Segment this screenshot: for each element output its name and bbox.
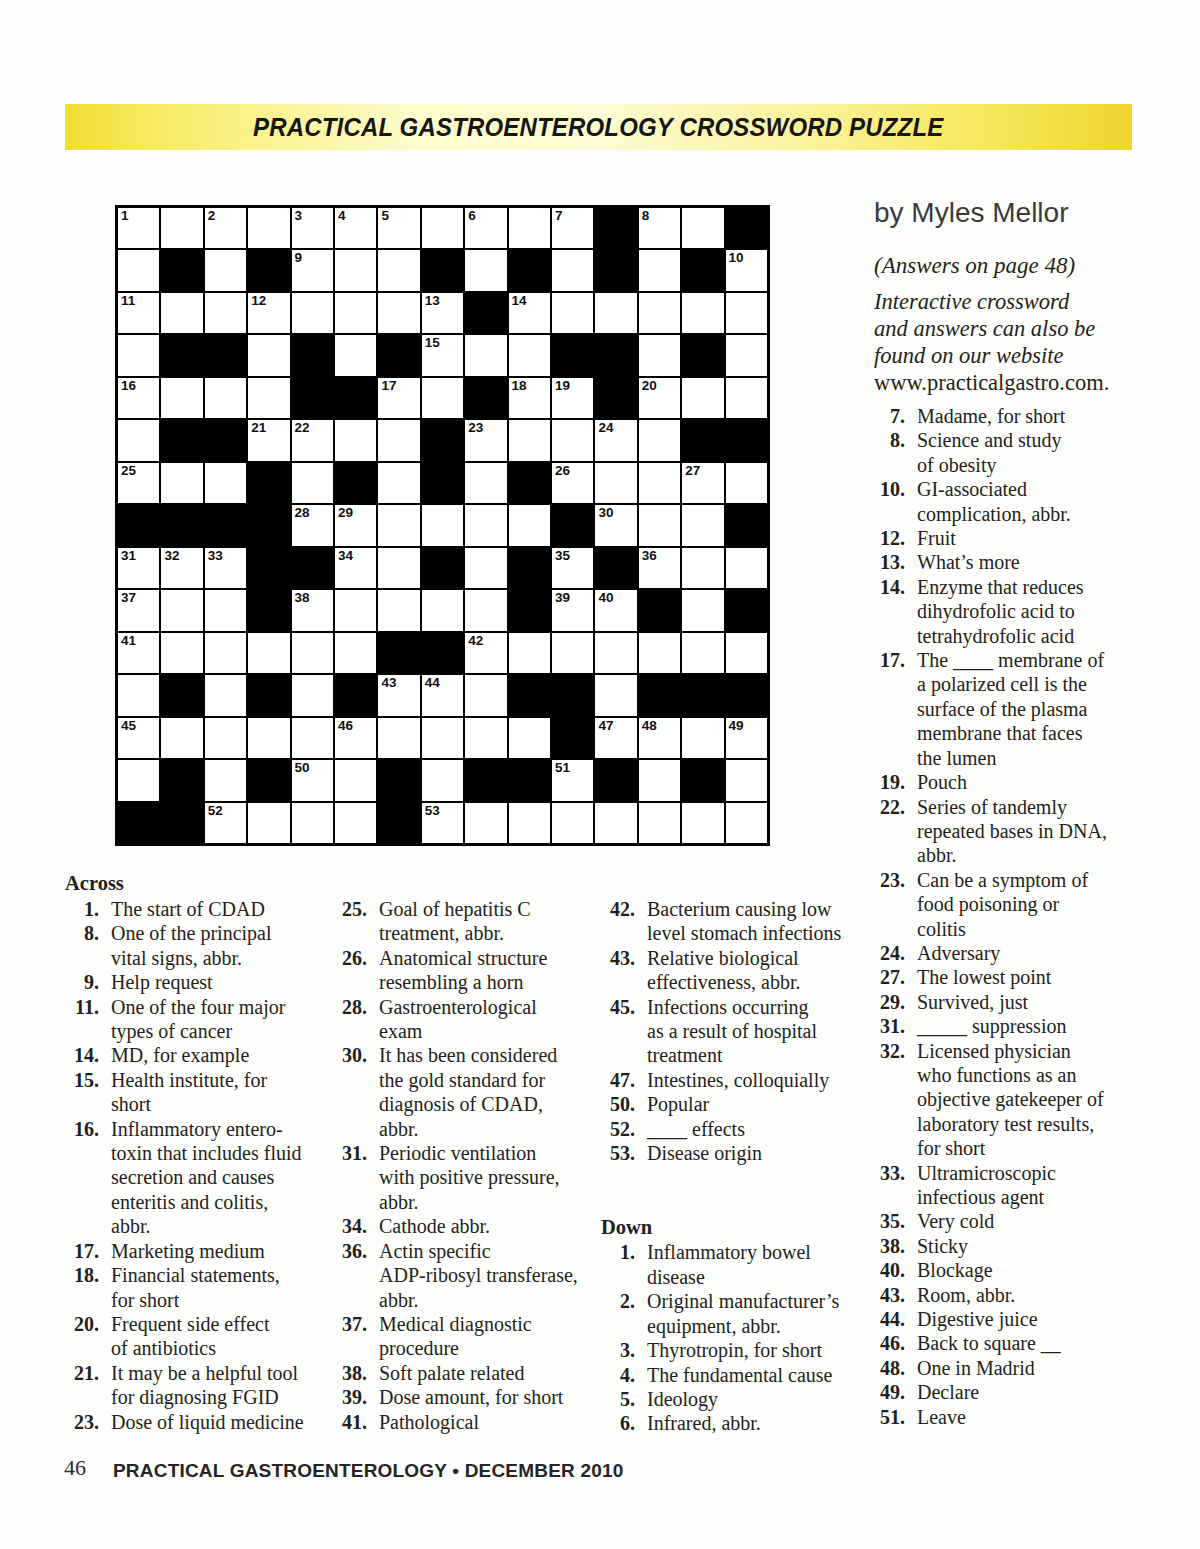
- clue-number-42: 42: [468, 633, 483, 649]
- clue-down-48: 48.One in Madrid: [871, 1356, 1133, 1380]
- clue-number-6: 6: [468, 208, 476, 224]
- cell-r13c4[interactable]: [248, 718, 289, 758]
- cell-r8c14[interactable]: [682, 505, 723, 545]
- cell-r8c5[interactable]: 28: [292, 505, 333, 545]
- clue-num: 18.: [65, 1263, 99, 1287]
- clue-num: 43.: [601, 946, 635, 970]
- cell-r11c15[interactable]: [726, 633, 767, 673]
- clue-text: Original manufacturer’s equipment, abbr.: [647, 1290, 839, 1336]
- clue-text: Pathological: [379, 1411, 479, 1433]
- black-cell-r5c5: [292, 378, 333, 418]
- clue-text: The fundamental cause: [647, 1364, 832, 1386]
- cell-r4c8[interactable]: 15: [422, 335, 463, 375]
- cell-r7c9[interactable]: [465, 463, 506, 503]
- cell-r13c9[interactable]: [465, 718, 506, 758]
- cell-r15c3[interactable]: 52: [205, 803, 246, 843]
- crossword-grid: 1234567891011121314151617181920212223242…: [115, 205, 770, 846]
- cell-r6c4[interactable]: 21: [248, 420, 289, 460]
- cell-r5c15[interactable]: [726, 378, 767, 418]
- clue-number-23: 23: [468, 420, 483, 436]
- clue-across-45: 45.Infections occurring as a result of h…: [601, 995, 859, 1068]
- cell-r14c6[interactable]: [335, 760, 376, 800]
- cell-r3c15[interactable]: [726, 293, 767, 333]
- cell-r13c5[interactable]: [292, 718, 333, 758]
- black-cell-r6c2: [161, 420, 202, 460]
- cell-r9c7[interactable]: [378, 548, 419, 588]
- clue-num: 42.: [601, 897, 635, 921]
- cell-r10c7[interactable]: [378, 590, 419, 630]
- clue-num: 22.: [871, 795, 905, 819]
- cell-r15c10[interactable]: [509, 803, 550, 843]
- cell-r7c2[interactable]: [161, 463, 202, 503]
- clue-num: 14.: [871, 575, 905, 599]
- cell-r13c3[interactable]: [205, 718, 246, 758]
- clue-across-18: 18.Financial statements, for short: [65, 1263, 308, 1312]
- cell-r7c12[interactable]: [595, 463, 636, 503]
- cell-r1c11[interactable]: 7: [552, 208, 593, 248]
- cell-r11c5[interactable]: [292, 633, 333, 673]
- black-cell-r4c5: [292, 335, 333, 375]
- cell-r10c3[interactable]: [205, 590, 246, 630]
- cell-r11c10[interactable]: [509, 633, 550, 673]
- cell-r11c12[interactable]: [595, 633, 636, 673]
- clue-num: 1.: [601, 1240, 635, 1264]
- clue-down-10: 10.GI-associated complication, abbr.: [871, 477, 1133, 526]
- clue-num: 46.: [871, 1331, 905, 1355]
- cell-r12c12[interactable]: [595, 675, 636, 715]
- cell-r15c8[interactable]: 53: [422, 803, 463, 843]
- cell-r10c11[interactable]: 39: [552, 590, 593, 630]
- cell-r2c9[interactable]: [465, 250, 506, 290]
- clue-num: 26.: [333, 946, 367, 970]
- cell-r11c2[interactable]: [161, 633, 202, 673]
- cell-r6c11[interactable]: [552, 420, 593, 460]
- clue-across-11: 11.One of the four major types of cancer: [65, 995, 308, 1044]
- black-cell-r12c13: [639, 675, 680, 715]
- black-cell-r12c14: [682, 675, 723, 715]
- cell-r2c1[interactable]: [118, 250, 159, 290]
- cell-r8c13[interactable]: [639, 505, 680, 545]
- cell-r4c15[interactable]: [726, 335, 767, 375]
- clue-text: Actin specific ADP-ribosyl transferase, …: [379, 1240, 578, 1311]
- cell-r5c4[interactable]: [248, 378, 289, 418]
- clue-text: One of the principal vital signs, abbr.: [111, 922, 272, 968]
- black-cell-r4c7: [378, 335, 419, 375]
- clue-across-9: 9.Help request: [65, 970, 308, 994]
- cell-r5c3[interactable]: [205, 378, 246, 418]
- cell-r6c7[interactable]: [378, 420, 419, 460]
- cell-r4c13[interactable]: [639, 335, 680, 375]
- clue-number-33: 33: [208, 548, 223, 564]
- cell-r5c11[interactable]: 19: [552, 378, 593, 418]
- cell-r6c9[interactable]: 23: [465, 420, 506, 460]
- cell-r4c1[interactable]: [118, 335, 159, 375]
- clue-number-18: 18: [512, 378, 527, 394]
- black-cell-r11c8: [422, 633, 463, 673]
- cell-r5c1[interactable]: 16: [118, 378, 159, 418]
- clue-num: 33.: [871, 1161, 905, 1185]
- cell-r15c5[interactable]: [292, 803, 333, 843]
- cell-r2c7[interactable]: [378, 250, 419, 290]
- clue-number-31: 31: [121, 548, 136, 564]
- cell-r12c5[interactable]: [292, 675, 333, 715]
- cell-r13c10[interactable]: [509, 718, 550, 758]
- cell-r6c5[interactable]: 22: [292, 420, 333, 460]
- clue-text: GI-associated complication, abbr.: [917, 478, 1071, 524]
- cell-r2c5[interactable]: 9: [292, 250, 333, 290]
- cell-r6c6[interactable]: [335, 420, 376, 460]
- cell-r8c7[interactable]: [378, 505, 419, 545]
- black-cell-r4c14: [682, 335, 723, 375]
- clue-number-25: 25: [121, 463, 136, 479]
- cell-r13c7[interactable]: [378, 718, 419, 758]
- cell-r1c7[interactable]: 5: [378, 208, 419, 248]
- clue-text: Goal of hepatitis C treatment, abbr.: [379, 898, 531, 944]
- cell-r10c12[interactable]: 40: [595, 590, 636, 630]
- clue-across-41: 41.Pathological: [333, 1410, 591, 1434]
- cell-r12c3[interactable]: [205, 675, 246, 715]
- cell-r9c15[interactable]: [726, 548, 767, 588]
- clue-num: 15.: [65, 1068, 99, 1092]
- cell-r1c14[interactable]: [682, 208, 723, 248]
- clue-down-38: 38.Sticky: [871, 1234, 1133, 1258]
- clue-num: 8.: [65, 921, 99, 945]
- clue-down-31: 31._____ suppression: [871, 1014, 1133, 1038]
- cell-r2c11[interactable]: [552, 250, 593, 290]
- cell-r7c11[interactable]: 26: [552, 463, 593, 503]
- clue-num: 48.: [871, 1356, 905, 1380]
- cell-r2c6[interactable]: [335, 250, 376, 290]
- cell-r9c14[interactable]: [682, 548, 723, 588]
- cell-r9c6[interactable]: 34: [335, 548, 376, 588]
- cell-r15c13[interactable]: [639, 803, 680, 843]
- clue-number-46: 46: [338, 718, 353, 734]
- black-cell-r2c8: [422, 250, 463, 290]
- black-cell-r12c2: [161, 675, 202, 715]
- clue-number-12: 12: [251, 293, 266, 309]
- cell-r1c10[interactable]: [509, 208, 550, 248]
- clue-number-20: 20: [642, 378, 657, 394]
- clue-down-27: 27.The lowest point: [871, 965, 1133, 989]
- cell-r3c13[interactable]: [639, 293, 680, 333]
- black-cell-r11c7: [378, 633, 419, 673]
- clue-text: Licensed physician who functions as an o…: [917, 1040, 1104, 1160]
- cell-r13c2[interactable]: [161, 718, 202, 758]
- black-cell-r5c9: [465, 378, 506, 418]
- clue-num: 35.: [871, 1209, 905, 1233]
- clue-number-47: 47: [598, 718, 613, 734]
- across-column-3: 42.Bacterium causing low level stomach i…: [601, 897, 859, 1436]
- cell-r3c1[interactable]: 11: [118, 293, 159, 333]
- cell-r5c10[interactable]: 18: [509, 378, 550, 418]
- black-cell-r8c11: [552, 505, 593, 545]
- clue-text: It has been considered the gold standard…: [379, 1044, 557, 1139]
- cell-r14c5[interactable]: 50: [292, 760, 333, 800]
- cell-r14c3[interactable]: [205, 760, 246, 800]
- clue-number-4: 4: [338, 208, 346, 224]
- cell-r10c6[interactable]: [335, 590, 376, 630]
- cell-r14c1[interactable]: [118, 760, 159, 800]
- clue-text: Fruit: [917, 527, 956, 549]
- cell-r4c10[interactable]: [509, 335, 550, 375]
- answers-note: (Answers on page 48): [874, 253, 1075, 279]
- cell-r13c6[interactable]: 46: [335, 718, 376, 758]
- cell-r5c14[interactable]: [682, 378, 723, 418]
- clue-down-8: 8.Science and study of obesity: [871, 428, 1133, 477]
- page-title: PRACTICAL GASTROENTEROLOGY CROSSWORD PUZ…: [253, 113, 943, 142]
- clue-num: 28.: [333, 995, 367, 1019]
- cell-r3c8[interactable]: 13: [422, 293, 463, 333]
- clue-number-43: 43: [381, 675, 396, 691]
- cell-r10c1[interactable]: 37: [118, 590, 159, 630]
- cell-r7c13[interactable]: [639, 463, 680, 503]
- clue-number-34: 34: [338, 548, 353, 564]
- cell-r11c4[interactable]: [248, 633, 289, 673]
- clue-text: It may be a helpful tool for diagnosing …: [111, 1362, 298, 1408]
- cell-r2c3[interactable]: [205, 250, 246, 290]
- black-cell-r6c15: [726, 420, 767, 460]
- clue-down-23: 23.Can be a symptom of food poisoning or…: [871, 868, 1133, 941]
- clue-across-53: 53.Disease origin: [601, 1141, 859, 1165]
- clue-num: 38.: [871, 1234, 905, 1258]
- clue-text: The ____ membrane of a polarized cell is…: [917, 649, 1104, 769]
- clue-across-43: 43.Relative biological effectiveness, ab…: [601, 946, 859, 995]
- across-column-1: Across 1.The start of CDAD8.One of the p…: [65, 871, 308, 1434]
- cell-r13c14[interactable]: [682, 718, 723, 758]
- cell-r4c4[interactable]: [248, 335, 289, 375]
- clue-across-17: 17.Marketing medium: [65, 1239, 308, 1263]
- cell-r8c10[interactable]: [509, 505, 550, 545]
- cell-r14c15[interactable]: [726, 760, 767, 800]
- clue-down-2: 2.Original manufacturer’s equipment, abb…: [601, 1289, 859, 1338]
- clue-across-42: 42.Bacterium causing low level stomach i…: [601, 897, 859, 946]
- clue-down-29: 29.Survived, just: [871, 990, 1133, 1014]
- cell-r12c9[interactable]: [465, 675, 506, 715]
- cell-r6c12[interactable]: 24: [595, 420, 636, 460]
- cell-r1c3[interactable]: 2: [205, 208, 246, 248]
- clue-text: What’s more: [917, 551, 1020, 573]
- clue-down-5: 5.Ideology: [601, 1387, 859, 1411]
- black-cell-r14c2: [161, 760, 202, 800]
- black-cell-r13c11: [552, 718, 593, 758]
- cell-r9c9[interactable]: [465, 548, 506, 588]
- cell-r14c8[interactable]: [422, 760, 463, 800]
- clue-text: Adversary: [917, 942, 1000, 964]
- website-note-line: and answers can also be: [874, 316, 1095, 341]
- clue-across-23: 23.Dose of liquid medicine: [65, 1410, 308, 1434]
- clue-across-47: 47.Intestines, colloquially: [601, 1068, 859, 1092]
- cell-r10c14[interactable]: [682, 590, 723, 630]
- clue-number-40: 40: [598, 590, 613, 606]
- clue-number-3: 3: [295, 208, 303, 224]
- cell-r1c5[interactable]: 3: [292, 208, 333, 248]
- cell-r6c1[interactable]: [118, 420, 159, 460]
- clue-down-35: 35.Very cold: [871, 1209, 1133, 1233]
- cell-r1c4[interactable]: [248, 208, 289, 248]
- clue-across-52: 52.____ effects: [601, 1117, 859, 1141]
- cell-r3c6[interactable]: [335, 293, 376, 333]
- cell-r1c8[interactable]: [422, 208, 463, 248]
- cell-r14c13[interactable]: [639, 760, 680, 800]
- cell-r1c2[interactable]: [161, 208, 202, 248]
- cell-r15c14[interactable]: [682, 803, 723, 843]
- clue-number-52: 52: [208, 803, 223, 819]
- cell-r8c12[interactable]: 30: [595, 505, 636, 545]
- cell-r7c15[interactable]: [726, 463, 767, 503]
- clue-num: 36.: [333, 1239, 367, 1263]
- clue-text: Blockage: [917, 1259, 993, 1281]
- cell-r1c9[interactable]: 6: [465, 208, 506, 248]
- cell-r12c8[interactable]: 44: [422, 675, 463, 715]
- cell-r3c7[interactable]: [378, 293, 419, 333]
- cell-r15c11[interactable]: [552, 803, 593, 843]
- black-cell-r9c5: [292, 548, 333, 588]
- cell-r13c15[interactable]: 49: [726, 718, 767, 758]
- cell-r10c5[interactable]: 38: [292, 590, 333, 630]
- clue-number-41: 41: [121, 633, 136, 649]
- black-cell-r7c8: [422, 463, 463, 503]
- cell-r5c7[interactable]: 17: [378, 378, 419, 418]
- cell-r5c8[interactable]: [422, 378, 463, 418]
- clue-down-22: 22.Series of tandemly repeated bases in …: [871, 795, 1133, 868]
- cell-r4c9[interactable]: [465, 335, 506, 375]
- clue-across-30: 30.It has been considered the gold stand…: [333, 1043, 591, 1141]
- clue-num: 49.: [871, 1380, 905, 1404]
- cell-r3c5[interactable]: [292, 293, 333, 333]
- clue-num: 47.: [601, 1068, 635, 1092]
- black-cell-r12c15: [726, 675, 767, 715]
- cell-r11c13[interactable]: [639, 633, 680, 673]
- cell-r10c2[interactable]: [161, 590, 202, 630]
- clue-text: The lowest point: [917, 966, 1051, 988]
- cell-r10c8[interactable]: [422, 590, 463, 630]
- cell-r8c8[interactable]: [422, 505, 463, 545]
- clue-number-16: 16: [121, 378, 136, 394]
- clue-across-25: 25.Goal of hepatitis C treatment, abbr.: [333, 897, 591, 946]
- clue-across-28: 28.Gastroenterological exam: [333, 995, 591, 1044]
- black-cell-r8c3: [205, 505, 246, 545]
- clue-number-17: 17: [381, 378, 396, 394]
- cell-r11c11[interactable]: [552, 633, 593, 673]
- cell-r1c13[interactable]: 8: [639, 208, 680, 248]
- cell-r11c1[interactable]: 41: [118, 633, 159, 673]
- black-cell-r1c15: [726, 208, 767, 248]
- cell-r1c6[interactable]: 4: [335, 208, 376, 248]
- cell-r13c1[interactable]: 45: [118, 718, 159, 758]
- cell-r11c9[interactable]: 42: [465, 633, 506, 673]
- cell-r2c15[interactable]: 10: [726, 250, 767, 290]
- clue-num: 38.: [333, 1361, 367, 1385]
- cell-r15c9[interactable]: [465, 803, 506, 843]
- clue-num: 39.: [333, 1385, 367, 1409]
- cell-r12c7[interactable]: 43: [378, 675, 419, 715]
- cell-r9c11[interactable]: 35: [552, 548, 593, 588]
- cell-r3c11[interactable]: [552, 293, 593, 333]
- cell-r3c14[interactable]: [682, 293, 723, 333]
- clue-num: 34.: [333, 1214, 367, 1238]
- cell-r9c13[interactable]: 36: [639, 548, 680, 588]
- clue-text: ____ effects: [647, 1118, 745, 1140]
- cell-r15c4[interactable]: [248, 803, 289, 843]
- cell-r8c9[interactable]: [465, 505, 506, 545]
- clue-number-27: 27: [685, 463, 700, 479]
- clue-num: 27.: [871, 965, 905, 989]
- cell-r3c2[interactable]: [161, 293, 202, 333]
- clue-across-1: 1.The start of CDAD: [65, 897, 308, 921]
- clue-number-22: 22: [295, 420, 310, 436]
- cell-r7c3[interactable]: [205, 463, 246, 503]
- cell-r13c13[interactable]: 48: [639, 718, 680, 758]
- cell-r13c12[interactable]: 47: [595, 718, 636, 758]
- cell-r14c11[interactable]: 51: [552, 760, 593, 800]
- clue-down-13: 13.What’s more: [871, 550, 1133, 574]
- clue-text: Inflammatory entero- toxin that includes…: [111, 1118, 302, 1238]
- clue-number-7: 7: [555, 208, 563, 224]
- clue-down-40: 40.Blockage: [871, 1258, 1133, 1282]
- cell-r15c15[interactable]: [726, 803, 767, 843]
- cell-r12c1[interactable]: [118, 675, 159, 715]
- cell-r8c6[interactable]: 29: [335, 505, 376, 545]
- cell-r3c3[interactable]: [205, 293, 246, 333]
- cell-r3c4[interactable]: 12: [248, 293, 289, 333]
- cell-r5c2[interactable]: [161, 378, 202, 418]
- cell-r9c2[interactable]: 32: [161, 548, 202, 588]
- cell-r4c6[interactable]: [335, 335, 376, 375]
- black-cell-r4c12: [595, 335, 636, 375]
- clue-number-32: 32: [164, 548, 179, 564]
- clue-number-24: 24: [598, 420, 613, 436]
- clue-number-38: 38: [295, 590, 310, 606]
- cell-r7c5[interactable]: [292, 463, 333, 503]
- clue-across-50: 50.Popular: [601, 1092, 859, 1116]
- cell-r15c6[interactable]: [335, 803, 376, 843]
- clue-num: 29.: [871, 990, 905, 1014]
- clue-text: Room, abbr.: [917, 1284, 1015, 1306]
- cell-r3c12[interactable]: [595, 293, 636, 333]
- cell-r11c6[interactable]: [335, 633, 376, 673]
- cell-r5c13[interactable]: 20: [639, 378, 680, 418]
- clue-number-11: 11: [121, 293, 135, 309]
- cell-r11c3[interactable]: [205, 633, 246, 673]
- clue-number-14: 14: [512, 293, 527, 309]
- clue-num: 53.: [601, 1141, 635, 1165]
- cell-r1c1[interactable]: 1: [118, 208, 159, 248]
- cell-r6c13[interactable]: [639, 420, 680, 460]
- clue-num: 11.: [65, 995, 99, 1019]
- clue-down-33: 33.Ultramicroscopic infectious agent: [871, 1161, 1133, 1210]
- cell-r11c14[interactable]: [682, 633, 723, 673]
- cell-r3c10[interactable]: 14: [509, 293, 550, 333]
- cell-r9c1[interactable]: 31: [118, 548, 159, 588]
- clue-down-7: 7.Madame, for short: [871, 404, 1133, 428]
- cell-r7c1[interactable]: 25: [118, 463, 159, 503]
- cell-r7c14[interactable]: 27: [682, 463, 723, 503]
- cell-r6c10[interactable]: [509, 420, 550, 460]
- black-cell-r9c12: [595, 548, 636, 588]
- clue-text: Thyrotropin, for short: [647, 1339, 822, 1361]
- black-cell-r2c10: [509, 250, 550, 290]
- cell-r7c7[interactable]: [378, 463, 419, 503]
- cell-r13c8[interactable]: [422, 718, 463, 758]
- cell-r9c3[interactable]: 33: [205, 548, 246, 588]
- cell-r10c9[interactable]: [465, 590, 506, 630]
- clue-down-6: 6.Infrared, abbr.: [601, 1411, 859, 1435]
- clue-across-34: 34.Cathode abbr.: [333, 1214, 591, 1238]
- clue-num: 8.: [871, 428, 905, 452]
- cell-r15c12[interactable]: [595, 803, 636, 843]
- cell-r2c13[interactable]: [639, 250, 680, 290]
- clue-text: Leave: [917, 1406, 966, 1428]
